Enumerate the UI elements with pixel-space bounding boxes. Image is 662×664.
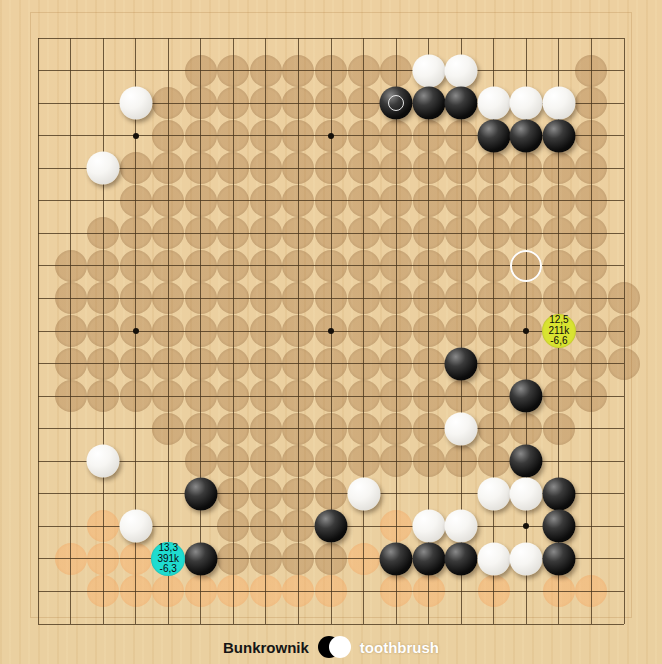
white-stone [510, 477, 543, 510]
white-stone [542, 87, 575, 120]
player-bar: Bunkrownik toothbrush [0, 634, 662, 660]
grid-line-vertical [591, 38, 592, 624]
grid-line-vertical [624, 38, 625, 624]
white-stone [477, 87, 510, 120]
black-stone [445, 87, 478, 120]
white-stone [445, 412, 478, 445]
candidate-stat: -6,6 [550, 336, 567, 347]
star-point [133, 328, 139, 334]
star-point [523, 328, 529, 334]
last-move-marker [388, 95, 404, 111]
star-point [328, 328, 334, 334]
white-stone [119, 87, 152, 120]
black-stone [445, 542, 478, 575]
grid-line-vertical [363, 38, 364, 624]
black-stone [542, 510, 575, 543]
black-stone [510, 119, 543, 152]
white-stone [412, 510, 445, 543]
white-player-name: toothbrush [360, 639, 439, 656]
white-stone [347, 477, 380, 510]
black-vs-white-icon [318, 636, 351, 658]
white-stone [119, 510, 152, 543]
white-stone-icon [329, 636, 351, 658]
grid-line-horizontal [38, 624, 624, 625]
white-stone [445, 510, 478, 543]
black-stone [542, 542, 575, 575]
grid-line-horizontal [38, 428, 624, 429]
candidate-move-E3[interactable]: 13,3391k-6,3 [151, 542, 185, 576]
black-stone [315, 510, 348, 543]
open-ring-marker [510, 250, 542, 282]
white-stone [510, 542, 543, 575]
black-stone [412, 542, 445, 575]
candidate-stat: -6,3 [160, 564, 177, 575]
white-stone [510, 87, 543, 120]
candidate-move-R10[interactable]: 12,5211k-6,6 [542, 314, 576, 348]
black-stone [510, 380, 543, 413]
black-stone [184, 542, 217, 575]
black-stone [542, 119, 575, 152]
grid-line-horizontal [38, 363, 624, 364]
black-stone [477, 119, 510, 152]
grid-line-horizontal [38, 591, 624, 592]
grid-line-vertical [396, 38, 397, 624]
black-stone [412, 87, 445, 120]
white-stone [477, 477, 510, 510]
white-stone [412, 54, 445, 87]
black-stone [380, 542, 413, 575]
star-point [133, 133, 139, 139]
black-stone [510, 445, 543, 478]
star-point [328, 133, 334, 139]
star-point [523, 523, 529, 529]
go-app-window: 12,5211k-6,613,3391k-6,3 Bunkrownik toot… [0, 0, 662, 664]
white-stone [87, 445, 120, 478]
black-stone [184, 477, 217, 510]
white-stone [87, 152, 120, 185]
white-stone [445, 54, 478, 87]
white-stone [477, 542, 510, 575]
black-stone [542, 477, 575, 510]
black-stone [445, 347, 478, 380]
black-player-name: Bunkrownik [223, 639, 309, 656]
